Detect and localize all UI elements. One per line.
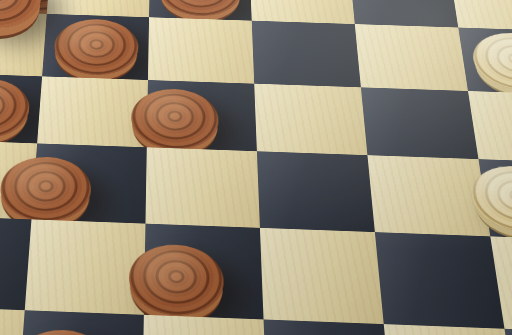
square-r2-c3 [148, 17, 254, 83]
square-r5-c4 [260, 228, 384, 324]
brown-checker [159, 0, 241, 17]
square-r6-c6 [504, 329, 512, 335]
square-r5-c3 [144, 224, 264, 320]
square-r2-c2 [42, 14, 149, 80]
square-r3-c5 [361, 87, 479, 159]
square-r5-c5 [375, 232, 505, 329]
square-r3-c1 [0, 73, 42, 144]
checkers-photo [0, 0, 512, 335]
square-r2-c5 [355, 24, 468, 91]
brown-checker [0, 77, 31, 139]
square-r6-c2 [16, 310, 144, 335]
square-r2-c4 [252, 21, 361, 88]
checkers-board [0, 0, 512, 335]
square-r1-c5 [349, 0, 458, 28]
square-r3-c3 [147, 80, 257, 151]
brown-checker [10, 328, 112, 335]
square-r4-c3 [145, 147, 259, 228]
brown-checker [53, 18, 139, 76]
square-r3-c4 [254, 84, 367, 156]
square-r4-c4 [257, 151, 375, 232]
square-r4-c2 [31, 143, 146, 223]
square-r1-c6 [449, 0, 512, 31]
square-r2-c6 [458, 28, 512, 95]
square-r6-c1 [0, 306, 25, 335]
cream-checker [469, 31, 512, 90]
square-r5-c2 [25, 219, 146, 314]
